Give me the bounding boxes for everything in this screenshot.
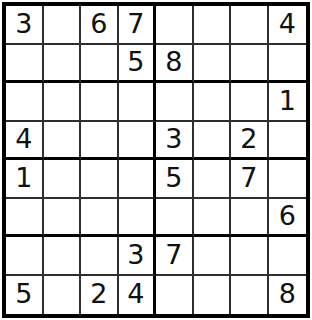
given-digit: 5 (15, 280, 32, 307)
cell-r6c8[interactable]: 6 (269, 199, 307, 238)
sudoku-board: 36745814321576375248 (2, 2, 310, 318)
cell-r6c7[interactable] (231, 199, 269, 238)
given-digit: 6 (90, 10, 107, 37)
cell-r8c1[interactable]: 5 (6, 276, 44, 315)
cell-r5c2[interactable] (44, 160, 82, 199)
cell-r1c1[interactable]: 3 (6, 6, 44, 45)
cell-r7c3[interactable] (81, 237, 119, 276)
given-digit: 2 (90, 280, 107, 307)
given-digit: 8 (165, 48, 182, 75)
given-digit: 7 (165, 241, 182, 268)
given-digit: 7 (240, 164, 257, 191)
cell-r5c1[interactable]: 1 (6, 160, 44, 199)
cell-r1c3[interactable]: 6 (81, 6, 119, 45)
cell-r1c4[interactable]: 7 (119, 6, 157, 45)
cell-r3c2[interactable] (44, 83, 82, 122)
cell-r7c4[interactable]: 3 (119, 237, 157, 276)
cell-r4c6[interactable] (194, 122, 232, 161)
cell-r7c8[interactable] (269, 237, 307, 276)
cell-r7c5[interactable]: 7 (156, 237, 194, 276)
cell-r2c7[interactable] (231, 45, 269, 84)
cell-r3c6[interactable] (194, 83, 232, 122)
cell-r7c2[interactable] (44, 237, 82, 276)
cell-r6c6[interactable] (194, 199, 232, 238)
cell-r8c7[interactable] (231, 276, 269, 315)
cell-r4c4[interactable] (119, 122, 157, 161)
cell-r4c7[interactable]: 2 (231, 122, 269, 161)
given-digit: 3 (127, 241, 144, 268)
given-digit: 1 (15, 164, 32, 191)
cell-r2c3[interactable] (81, 45, 119, 84)
cell-r5c3[interactable] (81, 160, 119, 199)
cell-r4c1[interactable]: 4 (6, 122, 44, 161)
cell-r5c5[interactable]: 5 (156, 160, 194, 199)
cell-r6c4[interactable] (119, 199, 157, 238)
cell-r3c1[interactable] (6, 83, 44, 122)
given-digit: 1 (279, 87, 296, 114)
cell-r5c4[interactable] (119, 160, 157, 199)
cell-r2c6[interactable] (194, 45, 232, 84)
cell-r8c6[interactable] (194, 276, 232, 315)
given-digit: 5 (165, 164, 182, 191)
cell-r7c1[interactable] (6, 237, 44, 276)
sudoku-page: 36745814321576375248 (0, 0, 312, 320)
cell-r1c6[interactable] (194, 6, 232, 45)
cell-r4c5[interactable]: 3 (156, 122, 194, 161)
given-digit: 7 (127, 10, 144, 37)
cell-r2c4[interactable]: 5 (119, 45, 157, 84)
cell-r3c4[interactable] (119, 83, 157, 122)
cell-r4c3[interactable] (81, 122, 119, 161)
given-digit: 3 (165, 125, 182, 152)
cell-r6c2[interactable] (44, 199, 82, 238)
given-digit: 3 (15, 10, 32, 37)
cell-r3c3[interactable] (81, 83, 119, 122)
cell-r2c5[interactable]: 8 (156, 45, 194, 84)
given-digit: 8 (279, 280, 296, 307)
cell-r2c1[interactable] (6, 45, 44, 84)
cell-r3c8[interactable]: 1 (269, 83, 307, 122)
cell-r2c8[interactable] (269, 45, 307, 84)
cell-r2c2[interactable] (44, 45, 82, 84)
cell-r8c8[interactable]: 8 (269, 276, 307, 315)
cell-r1c5[interactable] (156, 6, 194, 45)
cell-r8c2[interactable] (44, 276, 82, 315)
cell-r3c5[interactable] (156, 83, 194, 122)
cell-r7c7[interactable] (231, 237, 269, 276)
cell-r7c6[interactable] (194, 237, 232, 276)
cell-r5c7[interactable]: 7 (231, 160, 269, 199)
given-digit: 4 (15, 125, 32, 152)
cell-r5c8[interactable] (269, 160, 307, 199)
cell-r1c2[interactable] (44, 6, 82, 45)
cell-r4c8[interactable] (269, 122, 307, 161)
cell-r6c1[interactable] (6, 199, 44, 238)
cell-r8c4[interactable]: 4 (119, 276, 157, 315)
given-digit: 4 (279, 10, 296, 37)
cell-r4c2[interactable] (44, 122, 82, 161)
cell-r3c7[interactable] (231, 83, 269, 122)
given-digit: 4 (127, 280, 144, 307)
cell-r1c8[interactable]: 4 (269, 6, 307, 45)
cell-r1c7[interactable] (231, 6, 269, 45)
cell-r5c6[interactable] (194, 160, 232, 199)
given-digit: 2 (240, 125, 257, 152)
cell-r8c3[interactable]: 2 (81, 276, 119, 315)
cell-r6c5[interactable] (156, 199, 194, 238)
cell-r6c3[interactable] (81, 199, 119, 238)
given-digit: 6 (279, 202, 296, 229)
cell-r8c5[interactable] (156, 276, 194, 315)
given-digit: 5 (127, 48, 144, 75)
